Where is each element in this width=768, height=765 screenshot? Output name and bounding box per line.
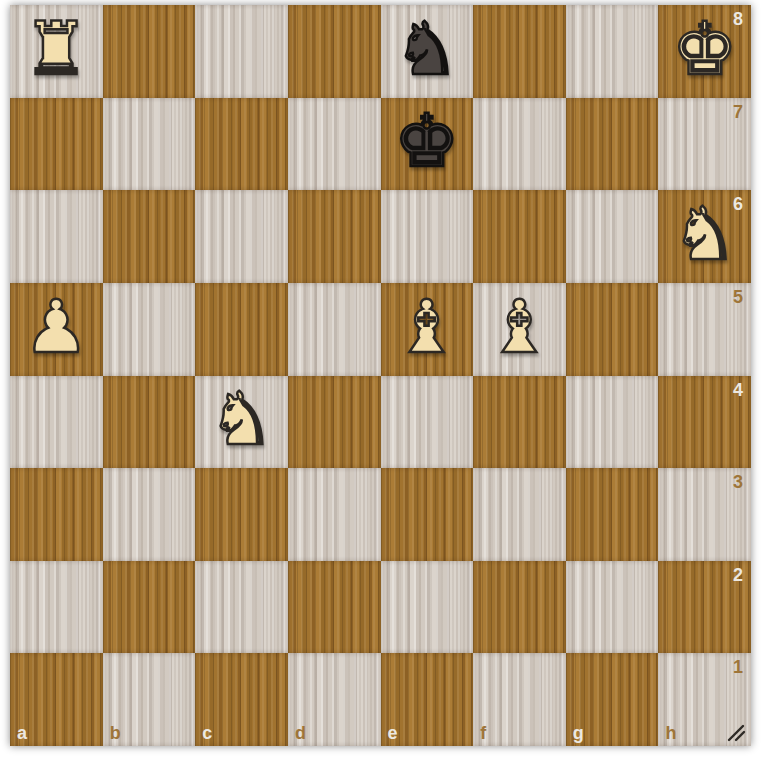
square-e8[interactable]: ♞	[381, 5, 474, 98]
square-e3[interactable]	[381, 468, 474, 561]
square-d4[interactable]	[288, 376, 381, 469]
square-g4[interactable]	[566, 376, 659, 469]
file-label-d: d	[295, 724, 306, 742]
rank-label-4: 4	[733, 381, 743, 399]
file-label-c: c	[202, 724, 212, 742]
square-e6[interactable]	[381, 190, 474, 283]
piece-white-bishop-e5[interactable]: ♝	[394, 290, 459, 363]
square-d7[interactable]	[288, 98, 381, 191]
square-g8[interactable]	[566, 5, 659, 98]
rank-label-7: 7	[733, 103, 743, 121]
file-label-e: e	[388, 724, 398, 742]
piece-white-rook-a8[interactable]: ♜	[24, 12, 89, 85]
square-f6[interactable]	[473, 190, 566, 283]
square-a8[interactable]: ♜	[10, 5, 103, 98]
square-h4[interactable]: 4	[658, 376, 751, 469]
square-d5[interactable]	[288, 283, 381, 376]
rank-label-2: 2	[733, 566, 743, 584]
square-e1[interactable]: e	[381, 653, 474, 746]
piece-white-pawn-a5[interactable]: ♟	[24, 290, 89, 363]
square-a7[interactable]	[10, 98, 103, 191]
file-label-a: a	[17, 724, 27, 742]
square-e4[interactable]	[381, 376, 474, 469]
square-h2[interactable]: 2	[658, 561, 751, 654]
square-c6[interactable]	[195, 190, 288, 283]
square-c3[interactable]	[195, 468, 288, 561]
file-label-h: h	[665, 724, 676, 742]
square-f3[interactable]	[473, 468, 566, 561]
square-c7[interactable]	[195, 98, 288, 191]
square-d6[interactable]	[288, 190, 381, 283]
square-c2[interactable]	[195, 561, 288, 654]
square-e5[interactable]: ♝	[381, 283, 474, 376]
rank-label-3: 3	[733, 473, 743, 491]
square-d8[interactable]	[288, 5, 381, 98]
square-f5[interactable]: ♝	[473, 283, 566, 376]
square-h5[interactable]: 5	[658, 283, 751, 376]
square-b5[interactable]	[103, 283, 196, 376]
square-c5[interactable]	[195, 283, 288, 376]
square-a2[interactable]	[10, 561, 103, 654]
square-b2[interactable]	[103, 561, 196, 654]
square-f1[interactable]: f	[473, 653, 566, 746]
square-a5[interactable]: ♟	[10, 283, 103, 376]
square-g5[interactable]	[566, 283, 659, 376]
rank-label-1: 1	[733, 658, 743, 676]
square-a1[interactable]: a	[10, 653, 103, 746]
chess-board: ♜♞8♚♚76♞♟♝♝5♞432abcdefg1h	[10, 5, 751, 746]
square-b7[interactable]	[103, 98, 196, 191]
square-h7[interactable]: 7	[658, 98, 751, 191]
piece-black-king-e7[interactable]: ♚	[394, 104, 459, 177]
square-f2[interactable]	[473, 561, 566, 654]
rank-label-5: 5	[733, 288, 743, 306]
piece-black-knight-e8[interactable]: ♞	[394, 12, 459, 85]
square-a4[interactable]	[10, 376, 103, 469]
square-g1[interactable]: g	[566, 653, 659, 746]
square-h8[interactable]: 8♚	[658, 5, 751, 98]
square-b1[interactable]: b	[103, 653, 196, 746]
square-g3[interactable]	[566, 468, 659, 561]
file-label-f: f	[480, 724, 486, 742]
square-c4[interactable]: ♞	[195, 376, 288, 469]
square-g2[interactable]	[566, 561, 659, 654]
square-f4[interactable]	[473, 376, 566, 469]
square-g6[interactable]	[566, 190, 659, 283]
square-c8[interactable]	[195, 5, 288, 98]
square-d1[interactable]: d	[288, 653, 381, 746]
board-resize-handle[interactable]	[727, 722, 747, 742]
square-e7[interactable]: ♚	[381, 98, 474, 191]
piece-white-knight-h6[interactable]: ♞	[672, 197, 737, 270]
square-a3[interactable]	[10, 468, 103, 561]
square-f8[interactable]	[473, 5, 566, 98]
square-a6[interactable]	[10, 190, 103, 283]
piece-white-knight-c4[interactable]: ♞	[209, 382, 274, 455]
square-b3[interactable]	[103, 468, 196, 561]
file-label-g: g	[573, 724, 584, 742]
square-c1[interactable]: c	[195, 653, 288, 746]
square-b6[interactable]	[103, 190, 196, 283]
square-f7[interactable]	[473, 98, 566, 191]
square-h6[interactable]: 6♞	[658, 190, 751, 283]
square-b4[interactable]	[103, 376, 196, 469]
square-e2[interactable]	[381, 561, 474, 654]
file-label-b: b	[110, 724, 121, 742]
square-d2[interactable]	[288, 561, 381, 654]
square-b8[interactable]	[103, 5, 196, 98]
square-g7[interactable]	[566, 98, 659, 191]
square-h3[interactable]: 3	[658, 468, 751, 561]
piece-white-king-h8[interactable]: ♚	[672, 12, 737, 85]
square-d3[interactable]	[288, 468, 381, 561]
piece-white-bishop-f5[interactable]: ♝	[487, 290, 552, 363]
